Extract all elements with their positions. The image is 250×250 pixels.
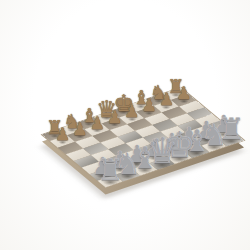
- chess-set-product-photo: ♜♞♝♛♚♝♞♜♟♟♟♟♟♟♟♟♟♟♟♟♟♟♟♟♜♞♝♛♚♝♞♜: [0, 0, 250, 250]
